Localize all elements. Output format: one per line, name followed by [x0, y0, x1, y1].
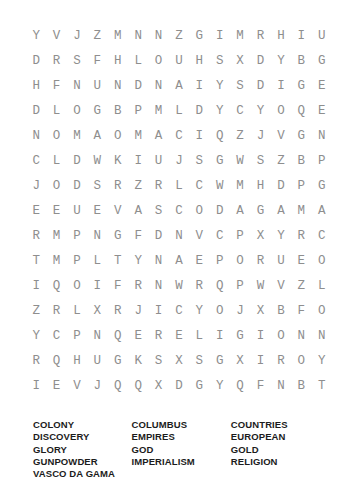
grid-cell-r8c6[interactable]: A	[128, 198, 148, 223]
grid-cell-r10c5[interactable]: T	[108, 248, 128, 273]
grid-cell-r1c15[interactable]: U	[311, 23, 331, 48]
grid-cell-r8c15[interactable]: A	[311, 198, 331, 223]
grid-cell-r1c14[interactable]: I	[291, 23, 311, 48]
grid-cell-r2c12[interactable]: D	[250, 48, 270, 73]
grid-cell-r6c12[interactable]: S	[250, 148, 270, 173]
grid-cell-r11c13[interactable]: V	[271, 273, 291, 298]
grid-cell-r15c4[interactable]: J	[87, 373, 107, 398]
grid-cell-r2c13[interactable]: Y	[271, 48, 291, 73]
grid-cell-r4c5[interactable]: B	[108, 98, 128, 123]
grid-cell-r8c3[interactable]: U	[67, 198, 87, 223]
grid-cell-r11c8[interactable]: W	[169, 273, 189, 298]
grid-cell-r14c12[interactable]: I	[250, 348, 270, 373]
grid-cell-r4c7[interactable]: M	[148, 98, 168, 123]
grid-cell-r2c14[interactable]: B	[291, 48, 311, 73]
grid-cell-r4c8[interactable]: L	[169, 98, 189, 123]
grid-cell-r7c6[interactable]: Z	[128, 173, 148, 198]
grid-cell-r5c9[interactable]: I	[189, 123, 209, 148]
grid-cell-r3c12[interactable]: D	[250, 73, 270, 98]
grid-cell-r7c13[interactable]: D	[271, 173, 291, 198]
grid-cell-r4c15[interactable]: E	[311, 98, 331, 123]
grid-cell-r8c10[interactable]: D	[210, 198, 230, 223]
grid-cell-r10c11[interactable]: O	[230, 248, 250, 273]
word-item: COLUMBUS	[131, 419, 230, 431]
word-item: RELIGION	[231, 456, 336, 468]
grid-cell-r11c7[interactable]: N	[148, 273, 168, 298]
grid-cell-r1c7[interactable]: N	[148, 23, 168, 48]
grid-cell-r14c15[interactable]: Y	[311, 348, 331, 373]
grid-cell-r7c8[interactable]: L	[169, 173, 189, 198]
grid-cell-r7c4[interactable]: S	[87, 173, 107, 198]
grid-cell-r14c8[interactable]: X	[169, 348, 189, 373]
grid-cell-r11c2[interactable]: Q	[46, 273, 66, 298]
grid-cell-r9c13[interactable]: Y	[271, 223, 291, 248]
word-item: GUNPOWDER	[33, 456, 131, 468]
grid-cell-r9c12[interactable]: X	[250, 223, 270, 248]
grid-cell-r2c6[interactable]: L	[128, 48, 148, 73]
grid-cell-r11c10[interactable]: Q	[210, 273, 230, 298]
grid-cell-r15c1[interactable]: I	[26, 373, 46, 398]
grid-cell-r9c11[interactable]: P	[230, 223, 250, 248]
grid-cell-r3c3[interactable]: N	[67, 73, 87, 98]
grid-cell-r12c9[interactable]: Y	[189, 298, 209, 323]
grid-cell-r11c5[interactable]: F	[108, 273, 128, 298]
word-item: IMPERIALISM	[131, 456, 230, 468]
grid-cell-r10c13[interactable]: U	[271, 248, 291, 273]
grid-cell-r13c14[interactable]: N	[291, 323, 311, 348]
grid-cell-r15c2[interactable]: E	[46, 373, 66, 398]
grid-cell-r4c14[interactable]: Q	[291, 98, 311, 123]
grid-cell-r6c1[interactable]: C	[26, 148, 46, 173]
grid-cell-r5c3[interactable]: M	[67, 123, 87, 148]
grid-cell-r1c5[interactable]: M	[108, 23, 128, 48]
grid-cell-r12c11[interactable]: J	[230, 298, 250, 323]
grid-cell-r4c9[interactable]: D	[189, 98, 209, 123]
grid-cell-r13c13[interactable]: O	[271, 323, 291, 348]
grid-cell-r13c9[interactable]: L	[189, 323, 209, 348]
grid-cell-r12c6[interactable]: J	[128, 298, 148, 323]
grid-cell-r1c8[interactable]: Z	[169, 23, 189, 48]
grid-cell-r13c11[interactable]: G	[230, 323, 250, 348]
grid-cell-r5c4[interactable]: A	[87, 123, 107, 148]
grid-cell-r9c4[interactable]: N	[87, 223, 107, 248]
grid-cell-r13c8[interactable]: E	[169, 323, 189, 348]
grid-cell-r7c9[interactable]: C	[189, 173, 209, 198]
grid-cell-r6c4[interactable]: W	[87, 148, 107, 173]
grid-cell-r9c14[interactable]: R	[291, 223, 311, 248]
grid-cell-r5c10[interactable]: Q	[210, 123, 230, 148]
word-list-column-1: COLONYDISCOVERYGLORYGUNPOWDERVASCO DA GA…	[33, 419, 131, 481]
grid-cell-r10c10[interactable]: P	[210, 248, 230, 273]
grid-cell-r1c10[interactable]: I	[210, 23, 230, 48]
grid-cell-r15c9[interactable]: G	[189, 373, 209, 398]
grid-cell-r15c8[interactable]: D	[169, 373, 189, 398]
grid-cell-r14c10[interactable]: G	[210, 348, 230, 373]
word-item: GOD	[131, 444, 230, 456]
grid-cell-r6c5[interactable]: K	[108, 148, 128, 173]
grid-cell-r4c1[interactable]: D	[26, 98, 46, 123]
grid-cell-r11c14[interactable]: Z	[291, 273, 311, 298]
grid-cell-r13c4[interactable]: N	[87, 323, 107, 348]
grid-cell-r9c5[interactable]: G	[108, 223, 128, 248]
grid-cell-r10c2[interactable]: M	[46, 248, 66, 273]
grid-cell-r12c15[interactable]: O	[311, 298, 331, 323]
grid-cell-r1c3[interactable]: J	[67, 23, 87, 48]
grid-cell-r2c4[interactable]: F	[87, 48, 107, 73]
grid-cell-r1c12[interactable]: R	[250, 23, 270, 48]
grid-cell-r5c12[interactable]: J	[250, 123, 270, 148]
grid-cell-r5c7[interactable]: A	[148, 123, 168, 148]
grid-cell-r12c3[interactable]: L	[67, 298, 87, 323]
grid-cell-r6c3[interactable]: D	[67, 148, 87, 173]
grid-cell-r12c14[interactable]: F	[291, 298, 311, 323]
grid-cell-r2c1[interactable]: D	[26, 48, 46, 73]
grid-cell-r5c2[interactable]: O	[46, 123, 66, 148]
grid-cell-r12c10[interactable]: O	[210, 298, 230, 323]
grid-cell-r3c15[interactable]: E	[311, 73, 331, 98]
grid-cell-r12c7[interactable]: I	[148, 298, 168, 323]
grid-cell-r5c5[interactable]: O	[108, 123, 128, 148]
grid-cell-r1c6[interactable]: N	[128, 23, 148, 48]
grid-cell-r5c11[interactable]: Z	[230, 123, 250, 148]
grid-cell-r14c13[interactable]: R	[271, 348, 291, 373]
worksheet-page: YVJZMNNZGIMRHIUDRSFHLOUHSXDYBGHFNUNDNAIY…	[0, 0, 346, 500]
grid-cell-r1c2[interactable]: V	[46, 23, 66, 48]
grid-cell-r9c7[interactable]: D	[148, 223, 168, 248]
grid-cell-r12c12[interactable]: X	[250, 298, 270, 323]
grid-cell-r7c5[interactable]: R	[108, 173, 128, 198]
grid-cell-r3c8[interactable]: A	[169, 73, 189, 98]
grid-cell-r2c3[interactable]: S	[67, 48, 87, 73]
grid-cell-r8c2[interactable]: E	[46, 198, 66, 223]
grid-cell-r11c15[interactable]: L	[311, 273, 331, 298]
grid-cell-r5c8[interactable]: C	[169, 123, 189, 148]
grid-cell-r10c12[interactable]: R	[250, 248, 270, 273]
grid-cell-r15c3[interactable]: V	[67, 373, 87, 398]
grid-cell-r4c13[interactable]: O	[271, 98, 291, 123]
grid-cell-r6c14[interactable]: B	[291, 148, 311, 173]
word-item: COLONY	[33, 419, 131, 431]
grid-cell-r8c1[interactable]: E	[26, 198, 46, 223]
grid-cell-r14c7[interactable]: S	[148, 348, 168, 373]
grid-cell-r12c13[interactable]: B	[271, 298, 291, 323]
grid-cell-r6c11[interactable]: W	[230, 148, 250, 173]
grid-cell-r14c6[interactable]: K	[128, 348, 148, 373]
grid-cell-r1c13[interactable]: H	[271, 23, 291, 48]
grid-cell-r8c8[interactable]: C	[169, 198, 189, 223]
grid-cell-r11c6[interactable]: R	[128, 273, 148, 298]
grid-cell-r15c7[interactable]: X	[148, 373, 168, 398]
grid-cell-r12c2[interactable]: R	[46, 298, 66, 323]
grid-cell-r3c11[interactable]: S	[230, 73, 250, 98]
grid-cell-r5c15[interactable]: N	[311, 123, 331, 148]
grid-cell-r5c6[interactable]: M	[128, 123, 148, 148]
grid-cell-r2c10[interactable]: S	[210, 48, 230, 73]
grid-cell-r14c9[interactable]: S	[189, 348, 209, 373]
grid-cell-r12c4[interactable]: X	[87, 298, 107, 323]
grid-cell-r4c3[interactable]: O	[67, 98, 87, 123]
grid-cell-r1c11[interactable]: M	[230, 23, 250, 48]
grid-cell-r2c5[interactable]: H	[108, 48, 128, 73]
grid-cell-r7c10[interactable]: W	[210, 173, 230, 198]
grid-cell-r13c10[interactable]: I	[210, 323, 230, 348]
grid-cell-r8c14[interactable]: M	[291, 198, 311, 223]
word-item: VASCO DA GAMA	[33, 468, 131, 480]
word-item: EUROPEAN	[231, 431, 336, 443]
word-list: COLONYDISCOVERYGLORYGUNPOWDERVASCO DA GA…	[33, 419, 336, 481]
grid-cell-r10c7[interactable]: N	[148, 248, 168, 273]
word-list-column-3: COUNTRIESEUROPEANGOLDRELIGION	[231, 419, 336, 468]
grid-cell-r6c2[interactable]: L	[46, 148, 66, 173]
grid-cell-r13c12[interactable]: I	[250, 323, 270, 348]
grid-cell-r11c12[interactable]: W	[250, 273, 270, 298]
grid-cell-r14c1[interactable]: R	[26, 348, 46, 373]
grid-cell-r7c1[interactable]: J	[26, 173, 46, 198]
grid-cell-r10c6[interactable]: Y	[128, 248, 148, 273]
grid-cell-r11c3[interactable]: O	[67, 273, 87, 298]
grid-cell-r8c9[interactable]: O	[189, 198, 209, 223]
word-item: GOLD	[231, 444, 336, 456]
grid-cell-r15c14[interactable]: B	[291, 373, 311, 398]
grid-cell-r3c6[interactable]: D	[128, 73, 148, 98]
grid-cell-r14c4[interactable]: U	[87, 348, 107, 373]
grid-cell-r11c4[interactable]: I	[87, 273, 107, 298]
grid-cell-r5c14[interactable]: G	[291, 123, 311, 148]
grid-cell-r15c15[interactable]: T	[311, 373, 331, 398]
grid-cell-r15c5[interactable]: Q	[108, 373, 128, 398]
grid-cell-r14c3[interactable]: H	[67, 348, 87, 373]
grid-cell-r13c1[interactable]: Y	[26, 323, 46, 348]
grid-cell-r10c15[interactable]: O	[311, 248, 331, 273]
grid-cell-r10c1[interactable]: T	[26, 248, 46, 273]
grid-cell-r13c3[interactable]: P	[67, 323, 87, 348]
grid-cell-r7c3[interactable]: D	[67, 173, 87, 198]
grid-cell-r3c13[interactable]: I	[271, 73, 291, 98]
grid-cell-r12c5[interactable]: R	[108, 298, 128, 323]
grid-cell-r4c11[interactable]: C	[230, 98, 250, 123]
grid-cell-r6c15[interactable]: P	[311, 148, 331, 173]
grid-cell-r4c4[interactable]: G	[87, 98, 107, 123]
grid-cell-r11c1[interactable]: I	[26, 273, 46, 298]
grid-cell-r15c6[interactable]: Q	[128, 373, 148, 398]
grid-cell-r9c8[interactable]: N	[169, 223, 189, 248]
grid-cell-r9c3[interactable]: P	[67, 223, 87, 248]
grid-cell-r9c6[interactable]: F	[128, 223, 148, 248]
grid-cell-r14c14[interactable]: O	[291, 348, 311, 373]
grid-cell-r6c10[interactable]: G	[210, 148, 230, 173]
grid-cell-r13c5[interactable]: Q	[108, 323, 128, 348]
grid-cell-r14c2[interactable]: Q	[46, 348, 66, 373]
grid-cell-r14c5[interactable]: G	[108, 348, 128, 373]
grid-cell-r8c7[interactable]: S	[148, 198, 168, 223]
grid-cell-r2c2[interactable]: R	[46, 48, 66, 73]
grid-cell-r2c7[interactable]: O	[148, 48, 168, 73]
grid-cell-r4c2[interactable]: L	[46, 98, 66, 123]
word-item: DISCOVERY	[33, 431, 131, 443]
grid-cell-r13c7[interactable]: R	[148, 323, 168, 348]
grid-cell-r6c13[interactable]: Z	[271, 148, 291, 173]
word-list-column-2: COLUMBUSEMPIRESGODIMPERIALISM	[131, 419, 230, 468]
grid-cell-r14c11[interactable]: X	[230, 348, 250, 373]
grid-cell-r6c7[interactable]: U	[148, 148, 168, 173]
grid-cell-r7c11[interactable]: M	[230, 173, 250, 198]
grid-cell-r15c12[interactable]: F	[250, 373, 270, 398]
grid-cell-r6c8[interactable]: J	[169, 148, 189, 173]
grid-cell-r6c9[interactable]: S	[189, 148, 209, 173]
grid-cell-r10c9[interactable]: E	[189, 248, 209, 273]
grid-cell-r3c2[interactable]: F	[46, 73, 66, 98]
grid-cell-r8c4[interactable]: E	[87, 198, 107, 223]
grid-cell-r9c10[interactable]: C	[210, 223, 230, 248]
grid-cell-r3c1[interactable]: H	[26, 73, 46, 98]
grid-cell-r3c14[interactable]: G	[291, 73, 311, 98]
grid-cell-r9c9[interactable]: V	[189, 223, 209, 248]
grid-cell-r3c7[interactable]: N	[148, 73, 168, 98]
word-search-grid: YVJZMNNZGIMRHIUDRSFHLOUHSXDYBGHFNUNDNAIY…	[26, 23, 332, 398]
grid-cell-r2c11[interactable]: X	[230, 48, 250, 73]
grid-cell-r5c1[interactable]: N	[26, 123, 46, 148]
grid-cell-r3c9[interactable]: I	[189, 73, 209, 98]
grid-cell-r10c8[interactable]: A	[169, 248, 189, 273]
grid-cell-r1c9[interactable]: G	[189, 23, 209, 48]
grid-cell-r12c8[interactable]: C	[169, 298, 189, 323]
grid-cell-r15c13[interactable]: N	[271, 373, 291, 398]
word-item: EMPIRES	[131, 431, 230, 443]
grid-cell-r2c9[interactable]: H	[189, 48, 209, 73]
grid-cell-r11c11[interactable]: P	[230, 273, 250, 298]
grid-cell-r4c10[interactable]: Y	[210, 98, 230, 123]
grid-cell-r4c12[interactable]: Y	[250, 98, 270, 123]
grid-cell-r7c12[interactable]: H	[250, 173, 270, 198]
grid-cell-r7c15[interactable]: G	[311, 173, 331, 198]
word-item: COUNTRIES	[231, 419, 336, 431]
grid-cell-r10c4[interactable]: L	[87, 248, 107, 273]
grid-cell-r1c1[interactable]: Y	[26, 23, 46, 48]
grid-cell-r12c1[interactable]: Z	[26, 298, 46, 323]
grid-cell-r9c15[interactable]: C	[311, 223, 331, 248]
grid-cell-r9c1[interactable]: R	[26, 223, 46, 248]
grid-cell-r4c6[interactable]: P	[128, 98, 148, 123]
grid-cell-r10c3[interactable]: P	[67, 248, 87, 273]
grid-cell-r7c14[interactable]: P	[291, 173, 311, 198]
grid-cell-r10c14[interactable]: E	[291, 248, 311, 273]
grid-cell-r11c9[interactable]: R	[189, 273, 209, 298]
grid-cell-r2c15[interactable]: G	[311, 48, 331, 73]
grid-cell-r3c4[interactable]: U	[87, 73, 107, 98]
grid-cell-r15c11[interactable]: Q	[230, 373, 250, 398]
grid-cell-r3c5[interactable]: N	[108, 73, 128, 98]
grid-cell-r8c11[interactable]: A	[230, 198, 250, 223]
grid-cell-r5c13[interactable]: V	[271, 123, 291, 148]
grid-cell-r8c5[interactable]: V	[108, 198, 128, 223]
grid-cell-r15c10[interactable]: Y	[210, 373, 230, 398]
word-item: GLORY	[33, 444, 131, 456]
grid-cell-r6c6[interactable]: I	[128, 148, 148, 173]
grid-cell-r8c12[interactable]: G	[250, 198, 270, 223]
grid-cell-r7c7[interactable]: R	[148, 173, 168, 198]
grid-cell-r13c6[interactable]: E	[128, 323, 148, 348]
grid-cell-r13c15[interactable]: N	[311, 323, 331, 348]
grid-cell-r13c2[interactable]: C	[46, 323, 66, 348]
grid-cell-r8c13[interactable]: A	[271, 198, 291, 223]
grid-cell-r1c4[interactable]: Z	[87, 23, 107, 48]
grid-cell-r2c8[interactable]: U	[169, 48, 189, 73]
grid-cell-r9c2[interactable]: M	[46, 223, 66, 248]
grid-cell-r3c10[interactable]: Y	[210, 73, 230, 98]
grid-cell-r7c2[interactable]: O	[46, 173, 66, 198]
